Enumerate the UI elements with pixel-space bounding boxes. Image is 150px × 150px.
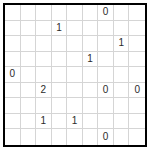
empty-cell-r9c1[interactable] [5, 129, 21, 145]
empty-cell-r1c3[interactable] [36, 5, 52, 21]
empty-cell-r8c2[interactable] [21, 114, 37, 130]
empty-cell-r4c1[interactable] [5, 52, 21, 68]
empty-cell-r8c1[interactable] [5, 114, 21, 130]
empty-cell-r5c8[interactable] [114, 67, 130, 83]
empty-cell-r4c9[interactable] [129, 52, 145, 68]
empty-cell-r5c9[interactable] [129, 67, 145, 83]
empty-cell-r2c3[interactable] [36, 21, 52, 37]
empty-cell-r4c7[interactable] [98, 52, 114, 68]
empty-cell-r8c4[interactable] [52, 114, 68, 130]
empty-cell-r4c3[interactable] [36, 52, 52, 68]
empty-cell-r3c7[interactable] [98, 36, 114, 52]
empty-cell-r1c2[interactable] [21, 5, 37, 21]
empty-cell-r6c4[interactable] [52, 83, 68, 99]
empty-cell-r8c6[interactable] [83, 114, 99, 130]
clue-cell-r2c4: 1 [52, 21, 68, 37]
empty-cell-r1c1[interactable] [5, 5, 21, 21]
empty-cell-r7c8[interactable] [114, 98, 130, 114]
empty-cell-r2c1[interactable] [5, 21, 21, 37]
empty-cell-r9c6[interactable] [83, 129, 99, 145]
empty-cell-r3c5[interactable] [67, 36, 83, 52]
empty-cell-r8c9[interactable] [129, 114, 145, 130]
empty-cell-r9c9[interactable] [129, 129, 145, 145]
empty-cell-r2c5[interactable] [67, 21, 83, 37]
empty-cell-r7c3[interactable] [36, 98, 52, 114]
empty-cell-r5c4[interactable] [52, 67, 68, 83]
empty-cell-r4c5[interactable] [67, 52, 83, 68]
empty-cell-r4c2[interactable] [21, 52, 37, 68]
empty-cell-r3c6[interactable] [83, 36, 99, 52]
clue-cell-r9c7: 0 [98, 129, 114, 145]
empty-cell-r7c1[interactable] [5, 98, 21, 114]
empty-cell-r9c8[interactable] [114, 129, 130, 145]
empty-cell-r1c6[interactable] [83, 5, 99, 21]
clue-cell-r6c9: 0 [129, 83, 145, 99]
empty-cell-r9c2[interactable] [21, 129, 37, 145]
empty-cell-r1c9[interactable] [129, 5, 145, 21]
empty-cell-r5c7[interactable] [98, 67, 114, 83]
puzzle-screen: 01110200110 [0, 0, 150, 150]
clue-cell-r6c3: 2 [36, 83, 52, 99]
empty-cell-r3c3[interactable] [36, 36, 52, 52]
empty-cell-r4c4[interactable] [52, 52, 68, 68]
empty-cell-r3c1[interactable] [5, 36, 21, 52]
empty-cell-r6c6[interactable] [83, 83, 99, 99]
empty-cell-r5c3[interactable] [36, 67, 52, 83]
empty-cell-r4c8[interactable] [114, 52, 130, 68]
empty-cell-r2c9[interactable] [129, 21, 145, 37]
clue-cell-r4c6: 1 [83, 52, 99, 68]
empty-cell-r6c8[interactable] [114, 83, 130, 99]
empty-cell-r7c4[interactable] [52, 98, 68, 114]
empty-cell-r1c4[interactable] [52, 5, 68, 21]
empty-cell-r2c8[interactable] [114, 21, 130, 37]
clue-cell-r8c5: 1 [67, 114, 83, 130]
empty-cell-r6c1[interactable] [5, 83, 21, 99]
empty-cell-r6c5[interactable] [67, 83, 83, 99]
empty-cell-r5c6[interactable] [83, 67, 99, 83]
empty-cell-r8c8[interactable] [114, 114, 130, 130]
empty-cell-r7c6[interactable] [83, 98, 99, 114]
clue-cell-r8c3: 1 [36, 114, 52, 130]
empty-cell-r5c2[interactable] [21, 67, 37, 83]
empty-cell-r2c2[interactable] [21, 21, 37, 37]
empty-cell-r7c9[interactable] [129, 98, 145, 114]
empty-cell-r3c2[interactable] [21, 36, 37, 52]
empty-cell-r1c5[interactable] [67, 5, 83, 21]
empty-cell-r7c2[interactable] [21, 98, 37, 114]
empty-cell-r7c7[interactable] [98, 98, 114, 114]
empty-cell-r3c4[interactable] [52, 36, 68, 52]
empty-cell-r9c5[interactable] [67, 129, 83, 145]
empty-cell-r9c3[interactable] [36, 129, 52, 145]
clue-cell-r6c7: 0 [98, 83, 114, 99]
clue-cell-r1c7: 0 [98, 5, 114, 21]
empty-cell-r2c7[interactable] [98, 21, 114, 37]
clue-cell-r3c8: 1 [114, 36, 130, 52]
puzzle-board: 01110200110 [3, 3, 147, 147]
empty-cell-r8c7[interactable] [98, 114, 114, 130]
empty-cell-r7c5[interactable] [67, 98, 83, 114]
empty-cell-r3c9[interactable] [129, 36, 145, 52]
empty-cell-r9c4[interactable] [52, 129, 68, 145]
empty-cell-r6c2[interactable] [21, 83, 37, 99]
clue-cell-r5c1: 0 [5, 67, 21, 83]
empty-cell-r2c6[interactable] [83, 21, 99, 37]
empty-cell-r1c8[interactable] [114, 5, 130, 21]
empty-cell-r5c5[interactable] [67, 67, 83, 83]
